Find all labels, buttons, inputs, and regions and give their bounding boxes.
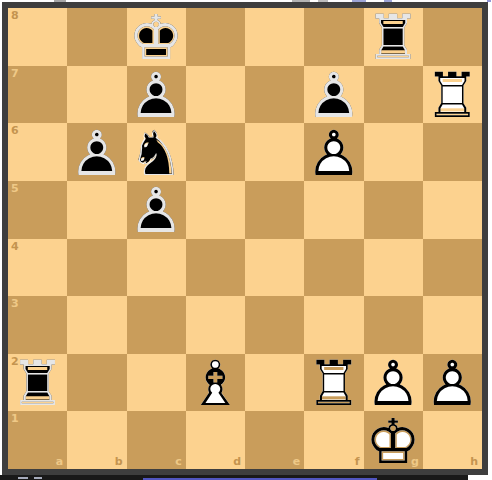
- file-label-f: f: [355, 456, 360, 467]
- white-pawn-h2[interactable]: ♟♙: [423, 354, 481, 411]
- square-e2[interactable]: [245, 354, 304, 412]
- square-a8[interactable]: 8: [8, 8, 67, 66]
- piece-outline-glyph: ♔: [127, 8, 185, 65]
- square-h2[interactable]: ♟♙: [423, 354, 482, 412]
- page: 8♚♔♜♖7♟♙♟♙♜♖6♟♙♞♘♟♙5♟♙432♜♖♝♗♜♖♟♙♟♙1abcd…: [0, 0, 492, 480]
- square-a4[interactable]: 4: [8, 239, 67, 297]
- square-e4[interactable]: [245, 239, 304, 297]
- rank-label-7: 7: [11, 68, 19, 79]
- white-rook-f2[interactable]: ♜♖: [305, 354, 363, 411]
- square-c3[interactable]: [127, 296, 186, 354]
- square-b7[interactable]: [67, 66, 126, 124]
- white-rook-h7[interactable]: ♜♖: [423, 66, 481, 123]
- piece-outline-glyph: ♙: [423, 354, 481, 411]
- rank-label-8: 8: [11, 10, 19, 21]
- square-f2[interactable]: ♜♖: [304, 354, 363, 412]
- black-pawn-c5[interactable]: ♟♙: [127, 181, 185, 238]
- square-g8[interactable]: ♜♖: [364, 8, 423, 66]
- bottom-ui-bar: [0, 475, 468, 480]
- square-a3[interactable]: 3: [8, 296, 67, 354]
- square-e7[interactable]: [245, 66, 304, 124]
- square-e5[interactable]: [245, 181, 304, 239]
- square-b3[interactable]: [67, 296, 126, 354]
- square-h7[interactable]: ♜♖: [423, 66, 482, 124]
- file-label-h: h: [470, 456, 478, 467]
- square-d1[interactable]: d: [186, 411, 245, 469]
- square-b5[interactable]: [67, 181, 126, 239]
- black-pawn-b6[interactable]: ♟♙: [68, 124, 126, 181]
- square-e6[interactable]: [245, 123, 304, 181]
- square-b4[interactable]: [67, 239, 126, 297]
- square-f5[interactable]: [304, 181, 363, 239]
- black-king-c8[interactable]: ♚♔: [127, 8, 185, 65]
- square-h4[interactable]: [423, 239, 482, 297]
- square-g2[interactable]: ♟♙: [364, 354, 423, 412]
- square-c1[interactable]: c: [127, 411, 186, 469]
- piece-outline-glyph: ♙: [305, 124, 363, 181]
- white-bishop-d2[interactable]: ♝♗: [186, 354, 244, 411]
- square-a5[interactable]: 5: [8, 181, 67, 239]
- square-c2[interactable]: [127, 354, 186, 412]
- file-label-e: e: [293, 456, 300, 467]
- square-c8[interactable]: ♚♔: [127, 8, 186, 66]
- square-h8[interactable]: [423, 8, 482, 66]
- piece-outline-glyph: ♔: [364, 412, 422, 469]
- square-d4[interactable]: [186, 239, 245, 297]
- square-g7[interactable]: [364, 66, 423, 124]
- rank-label-4: 4: [11, 241, 19, 252]
- clipped-ui-strip-bottom: [0, 475, 492, 480]
- square-g4[interactable]: [364, 239, 423, 297]
- black-pawn-f7[interactable]: ♟♙: [305, 66, 363, 123]
- square-d6[interactable]: [186, 123, 245, 181]
- square-c4[interactable]: [127, 239, 186, 297]
- square-d5[interactable]: [186, 181, 245, 239]
- piece-outline-glyph: ♖: [423, 66, 481, 123]
- square-c6[interactable]: ♞♘: [127, 123, 186, 181]
- square-g5[interactable]: [364, 181, 423, 239]
- board-grid: 8♚♔♜♖7♟♙♟♙♜♖6♟♙♞♘♟♙5♟♙432♜♖♝♗♜♖♟♙♟♙1abcd…: [8, 8, 482, 469]
- square-c5[interactable]: ♟♙: [127, 181, 186, 239]
- piece-outline-glyph: ♘: [127, 124, 185, 181]
- square-a7[interactable]: 7: [8, 66, 67, 124]
- square-b1[interactable]: b: [67, 411, 126, 469]
- rank-label-6: 6: [11, 125, 19, 136]
- file-label-d: d: [233, 456, 241, 467]
- chess-board: 8♚♔♜♖7♟♙♟♙♜♖6♟♙♞♘♟♙5♟♙432♜♖♝♗♜♖♟♙♟♙1abcd…: [2, 2, 488, 475]
- square-b8[interactable]: [67, 8, 126, 66]
- piece-outline-glyph: ♙: [364, 354, 422, 411]
- white-pawn-f6[interactable]: ♟♙: [305, 124, 363, 181]
- square-g3[interactable]: [364, 296, 423, 354]
- square-a2[interactable]: 2♜♖: [8, 354, 67, 412]
- piece-outline-glyph: ♙: [127, 66, 185, 123]
- square-e3[interactable]: [245, 296, 304, 354]
- square-d7[interactable]: [186, 66, 245, 124]
- square-d2[interactable]: ♝♗: [186, 354, 245, 412]
- square-g1[interactable]: g♚♔: [364, 411, 423, 469]
- black-pawn-c7[interactable]: ♟♙: [127, 66, 185, 123]
- rank-label-3: 3: [11, 298, 19, 309]
- piece-outline-glyph: ♖: [364, 8, 422, 65]
- square-f1[interactable]: f: [304, 411, 363, 469]
- rank-label-5: 5: [11, 183, 19, 194]
- ui-remnant: [34, 477, 42, 479]
- square-b6[interactable]: ♟♙: [67, 123, 126, 181]
- square-e8[interactable]: [245, 8, 304, 66]
- square-g6[interactable]: [364, 123, 423, 181]
- square-d3[interactable]: [186, 296, 245, 354]
- rank-label-1: 1: [11, 413, 19, 424]
- black-rook-g8[interactable]: ♜♖: [364, 8, 422, 65]
- square-f7[interactable]: ♟♙: [304, 66, 363, 124]
- white-king-g1[interactable]: ♚♔: [364, 412, 422, 469]
- piece-outline-glyph: ♖: [305, 354, 363, 411]
- square-h3[interactable]: [423, 296, 482, 354]
- square-f3[interactable]: [304, 296, 363, 354]
- square-d8[interactable]: [186, 8, 245, 66]
- file-label-a: a: [56, 456, 63, 467]
- square-h5[interactable]: [423, 181, 482, 239]
- square-e1[interactable]: e: [245, 411, 304, 469]
- piece-outline-glyph: ♖: [9, 354, 67, 411]
- black-knight-c6[interactable]: ♞♘: [127, 124, 185, 181]
- piece-outline-glyph: ♙: [305, 66, 363, 123]
- file-label-c: c: [175, 456, 182, 467]
- file-label-b: b: [115, 456, 123, 467]
- ui-remnant: [18, 477, 28, 479]
- square-h6[interactable]: [423, 123, 482, 181]
- square-f6[interactable]: ♟♙: [304, 123, 363, 181]
- square-a1[interactable]: 1a: [8, 411, 67, 469]
- square-a6[interactable]: 6: [8, 123, 67, 181]
- square-b2[interactable]: [67, 354, 126, 412]
- square-f8[interactable]: [304, 8, 363, 66]
- square-c7[interactable]: ♟♙: [127, 66, 186, 124]
- black-rook-a2[interactable]: ♜♖: [9, 354, 67, 411]
- square-f4[interactable]: [304, 239, 363, 297]
- square-h1[interactable]: h: [423, 411, 482, 469]
- white-pawn-g2[interactable]: ♟♙: [364, 354, 422, 411]
- piece-outline-glyph: ♗: [186, 354, 244, 411]
- piece-outline-glyph: ♙: [68, 124, 126, 181]
- piece-outline-glyph: ♙: [127, 181, 185, 238]
